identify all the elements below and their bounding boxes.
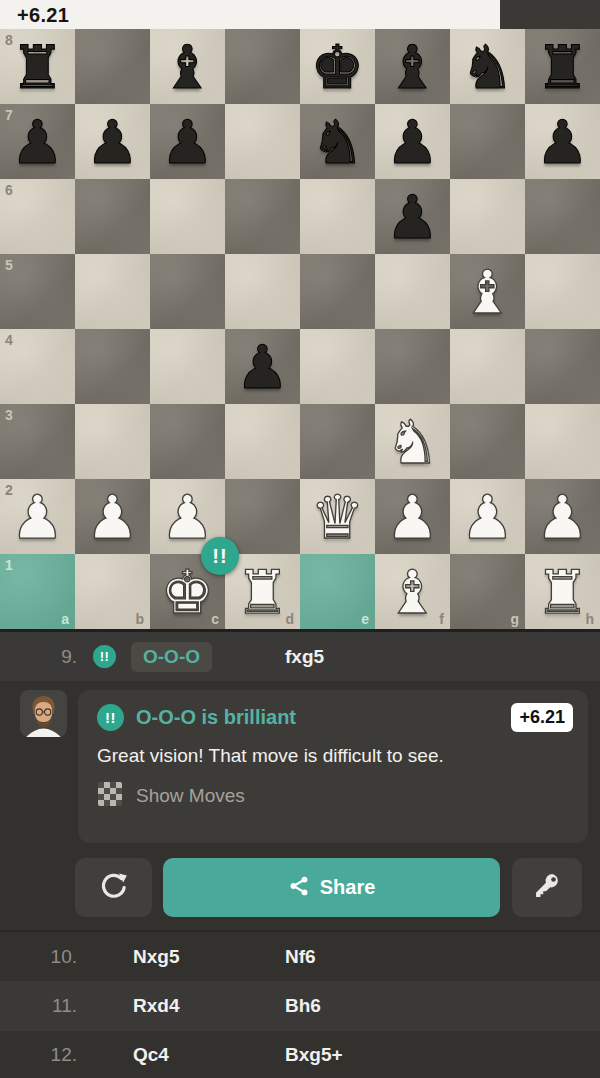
square-g1[interactable]: g [450,554,525,629]
move-number: 12. [0,1044,77,1066]
square-c5[interactable] [150,254,225,329]
file-label-h: h [585,611,594,627]
square-e7[interactable]: ♞ [300,104,375,179]
show-moves-button[interactable]: Show Moves [97,781,572,811]
piece-white-bishop[interactable]: ♝ [461,262,515,322]
retry-button[interactable] [75,858,152,917]
piece-white-pawn[interactable]: ♟ [386,487,440,547]
piece-white-knight[interactable]: ♞ [386,412,440,472]
square-e1[interactable]: e [300,554,375,629]
rank-label-4: 4 [5,332,13,348]
square-f3[interactable]: ♞ [375,404,450,479]
brilliant-badge-move: !! [93,645,116,668]
square-f2[interactable]: ♟ [375,479,450,554]
square-c7[interactable]: ♟ [150,104,225,179]
square-h7[interactable]: ♟ [525,104,600,179]
square-e2[interactable]: ♛ [300,479,375,554]
selected-move-white[interactable]: O-O-O [131,642,212,672]
file-label-e: e [361,611,369,627]
square-g4[interactable] [450,329,525,404]
key-icon [533,872,561,903]
square-g3[interactable] [450,404,525,479]
move-black[interactable]: Nf6 [285,946,316,968]
key-button[interactable] [512,858,582,917]
square-d7[interactable] [225,104,300,179]
square-d8[interactable] [225,29,300,104]
square-h1[interactable]: h♜ [525,554,600,629]
square-h6[interactable] [525,179,600,254]
square-d6[interactable] [225,179,300,254]
square-f4[interactable] [375,329,450,404]
square-c4[interactable] [150,329,225,404]
square-g2[interactable]: ♟ [450,479,525,554]
file-label-a: a [61,611,69,627]
square-e8[interactable]: ♚ [300,29,375,104]
piece-white-rook[interactable]: ♜ [236,562,290,622]
square-f6[interactable]: ♟ [375,179,450,254]
square-b2[interactable]: ♟ [75,479,150,554]
retry-icon [98,870,130,905]
move-white[interactable]: Rxd4 [133,995,179,1017]
file-label-d: d [285,611,294,627]
piece-black-pawn[interactable]: ♟ [11,112,65,172]
brilliant-badge-card: !! [97,704,124,731]
square-a7[interactable]: 7♟ [0,104,75,179]
share-icon [288,875,310,900]
square-h3[interactable] [525,404,600,479]
move-row[interactable]: 12.Qc4Bxg5+ [0,1031,600,1078]
feedback-title: O-O-O is brilliant [136,706,296,729]
square-f8[interactable]: ♝ [375,29,450,104]
piece-black-pawn[interactable]: ♟ [161,112,215,172]
square-b4[interactable] [75,329,150,404]
coach-avatar [20,690,67,737]
piece-black-pawn[interactable]: ♟ [386,187,440,247]
piece-black-pawn[interactable]: ♟ [86,112,140,172]
comment-section: !! O-O-O is brilliant +6.21 Great vision… [0,681,600,917]
rank-label-7: 7 [5,107,13,123]
piece-black-pawn[interactable]: ♟ [386,112,440,172]
piece-white-king[interactable]: ♚ [161,562,215,622]
move-white[interactable]: Nxg5 [133,946,179,968]
square-a2[interactable]: 2♟ [0,479,75,554]
square-c3[interactable] [150,404,225,479]
brilliant-badge-board: !! [201,537,239,575]
square-g8[interactable]: ♞ [450,29,525,104]
piece-white-rook[interactable]: ♜ [536,562,590,622]
piece-black-king[interactable]: ♚ [311,37,365,97]
square-e5[interactable] [300,254,375,329]
move-number: 10. [0,946,77,968]
square-a4[interactable]: 4 [0,329,75,404]
piece-white-pawn[interactable]: ♟ [536,487,590,547]
square-a1[interactable]: 1a [0,554,75,629]
piece-black-rook[interactable]: ♜ [536,37,590,97]
square-d3[interactable] [225,404,300,479]
square-f1[interactable]: f♝ [375,554,450,629]
chess-board: 8♜♝♚♝♞♜7♟♟♟♞♟♟6♟5♝4♟3♞2♟♟♟♛♟♟♟1abc♚d♜ef♝… [0,29,600,629]
rank-label-5: 5 [5,257,13,273]
square-h8[interactable]: ♜ [525,29,600,104]
square-d2[interactable] [225,479,300,554]
move-feedback-card: !! O-O-O is brilliant +6.21 Great vision… [78,690,588,843]
piece-black-knight[interactable]: ♞ [461,37,515,97]
move-row[interactable]: 10.Nxg5Nf6 [0,932,600,981]
rank-label-8: 8 [5,32,13,48]
square-h5[interactable] [525,254,600,329]
rank-label-3: 3 [5,407,13,423]
rank-label-2: 2 [5,482,13,498]
piece-white-queen[interactable]: ♛ [311,487,365,547]
square-b5[interactable] [75,254,150,329]
square-a5[interactable]: 5 [0,254,75,329]
square-b6[interactable] [75,179,150,254]
square-g7[interactable] [450,104,525,179]
piece-black-knight[interactable]: ♞ [311,112,365,172]
square-a3[interactable]: 3 [0,404,75,479]
move-row-current[interactable]: 9. !! O-O-O fxg5 [0,629,600,681]
file-label-c: c [211,611,219,627]
square-c6[interactable] [150,179,225,254]
piece-black-pawn[interactable]: ♟ [236,337,290,397]
file-label-g: g [510,611,519,627]
piece-white-bishop[interactable]: ♝ [386,562,440,622]
square-g5[interactable]: ♝ [450,254,525,329]
square-e3[interactable] [300,404,375,479]
square-b3[interactable] [75,404,150,479]
move-number: 11. [0,995,77,1017]
square-e6[interactable] [300,179,375,254]
action-buttons: Share [75,858,582,917]
show-moves-label: Show Moves [136,785,245,807]
file-label-b: b [135,611,144,627]
piece-white-pawn[interactable]: ♟ [11,487,65,547]
piece-white-pawn[interactable]: ♟ [86,487,140,547]
square-b8[interactable] [75,29,150,104]
square-h2[interactable]: ♟ [525,479,600,554]
move-number: 9. [0,646,77,668]
square-f5[interactable] [375,254,450,329]
piece-black-pawn[interactable]: ♟ [536,112,590,172]
move-black[interactable]: Bh6 [285,995,321,1017]
file-label-f: f [439,611,444,627]
board-icon [97,781,123,811]
square-a8[interactable]: 8♜ [0,29,75,104]
square-f7[interactable]: ♟ [375,104,450,179]
move-row[interactable]: 11.Rxd4Bh6 [0,981,600,1030]
move-black[interactable]: fxg5 [285,646,324,668]
move-list: 10.Nxg5Nf611.Rxd4Bh612.Qc4Bxg5+ [0,930,600,1078]
square-h4[interactable] [525,329,600,404]
move-black[interactable]: Bxg5+ [285,1044,343,1066]
square-b1[interactable]: b [75,554,150,629]
square-d5[interactable] [225,254,300,329]
rank-label-6: 6 [5,182,13,198]
share-button[interactable]: Share [163,858,500,917]
evaluation-score: +6.21 [17,3,69,26]
rank-label-1: 1 [5,557,13,573]
square-c8[interactable]: ♝ [150,29,225,104]
evaluation-bar-black-segment [500,0,600,29]
piece-black-bishop[interactable]: ♝ [386,37,440,97]
square-e4[interactable] [300,329,375,404]
piece-black-rook[interactable]: ♜ [11,37,65,97]
move-white[interactable]: Qc4 [133,1044,169,1066]
share-label: Share [320,876,376,899]
square-b7[interactable]: ♟ [75,104,150,179]
feedback-text: Great vision! That move is difficult to … [97,745,572,767]
piece-black-bishop[interactable]: ♝ [161,37,215,97]
piece-white-pawn[interactable]: ♟ [461,487,515,547]
square-d4[interactable]: ♟ [225,329,300,404]
eval-score-badge: +6.21 [511,703,573,732]
square-g6[interactable] [450,179,525,254]
square-a6[interactable]: 6 [0,179,75,254]
evaluation-bar: +6.21 [0,0,600,29]
piece-white-pawn[interactable]: ♟ [161,487,215,547]
